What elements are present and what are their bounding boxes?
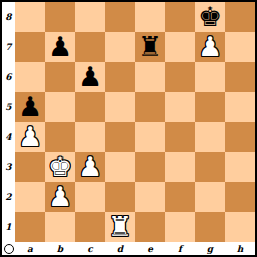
square-c2[interactable] (75, 182, 105, 212)
square-c8[interactable] (75, 2, 105, 32)
black-king-g8[interactable]: ♚ (198, 2, 222, 32)
black-pawn-a5[interactable]: ♟ (18, 92, 42, 122)
square-e3[interactable] (135, 152, 165, 182)
square-h6[interactable] (225, 62, 255, 92)
square-h8[interactable] (225, 2, 255, 32)
square-e8[interactable] (135, 2, 165, 32)
square-h2[interactable] (225, 182, 255, 212)
rank-label-4: 4 (2, 122, 15, 152)
square-a1[interactable] (15, 212, 45, 242)
square-b5[interactable] (45, 92, 75, 122)
square-e2[interactable] (135, 182, 165, 212)
square-a5[interactable]: ♟ (15, 92, 45, 122)
rank-label-6: 6 (2, 62, 15, 92)
square-a6[interactable] (15, 62, 45, 92)
white-to-move-indicator (4, 244, 14, 254)
square-g6[interactable] (195, 62, 225, 92)
square-c6[interactable]: ♟ (75, 62, 105, 92)
chess-diagram: ♚♟♜♟♟♟♟♚♟♟♜ 87654321 abcdefgh (0, 0, 257, 257)
square-c3[interactable]: ♟ (75, 152, 105, 182)
rank-label-3: 3 (2, 152, 15, 182)
square-a3[interactable] (15, 152, 45, 182)
square-b7[interactable]: ♟ (45, 32, 75, 62)
square-c1[interactable] (75, 212, 105, 242)
square-f1[interactable] (165, 212, 195, 242)
square-d6[interactable] (105, 62, 135, 92)
square-g4[interactable] (195, 122, 225, 152)
white-pawn-g7[interactable]: ♟ (198, 32, 222, 62)
square-e4[interactable] (135, 122, 165, 152)
square-g1[interactable] (195, 212, 225, 242)
square-h3[interactable] (225, 152, 255, 182)
square-f5[interactable] (165, 92, 195, 122)
square-d1[interactable]: ♜ (105, 212, 135, 242)
rank-label-1: 1 (2, 212, 15, 242)
square-f4[interactable] (165, 122, 195, 152)
square-a2[interactable] (15, 182, 45, 212)
square-b4[interactable] (45, 122, 75, 152)
square-e5[interactable] (135, 92, 165, 122)
rank-label-7: 7 (2, 32, 15, 62)
square-g3[interactable] (195, 152, 225, 182)
square-f3[interactable] (165, 152, 195, 182)
white-rook-d1[interactable]: ♜ (108, 212, 132, 242)
white-pawn-a4[interactable]: ♟ (18, 122, 42, 152)
rank-label-8: 8 (2, 2, 15, 32)
square-e7[interactable]: ♜ (135, 32, 165, 62)
square-h5[interactable] (225, 92, 255, 122)
file-label-e: e (135, 242, 165, 255)
file-label-g: g (195, 242, 225, 255)
rank-label-2: 2 (2, 182, 15, 212)
square-b3[interactable]: ♚ (45, 152, 75, 182)
rank-label-5: 5 (2, 92, 15, 122)
square-g5[interactable] (195, 92, 225, 122)
square-d3[interactable] (105, 152, 135, 182)
square-h4[interactable] (225, 122, 255, 152)
square-g2[interactable] (195, 182, 225, 212)
square-h7[interactable] (225, 32, 255, 62)
square-g8[interactable]: ♚ (195, 2, 225, 32)
square-b2[interactable]: ♟ (45, 182, 75, 212)
square-b1[interactable] (45, 212, 75, 242)
square-f2[interactable] (165, 182, 195, 212)
square-e6[interactable] (135, 62, 165, 92)
square-d8[interactable] (105, 2, 135, 32)
square-d4[interactable] (105, 122, 135, 152)
square-d5[interactable] (105, 92, 135, 122)
square-g7[interactable]: ♟ (195, 32, 225, 62)
black-pawn-c6[interactable]: ♟ (78, 62, 102, 92)
chess-board: ♚♟♜♟♟♟♟♚♟♟♜ (15, 2, 255, 242)
file-label-c: c (75, 242, 105, 255)
file-label-h: h (225, 242, 255, 255)
white-king-b3[interactable]: ♚ (48, 152, 72, 182)
file-label-b: b (45, 242, 75, 255)
black-pawn-b7[interactable]: ♟ (48, 32, 72, 62)
white-pawn-b2[interactable]: ♟ (48, 182, 72, 212)
file-label-d: d (105, 242, 135, 255)
square-d2[interactable] (105, 182, 135, 212)
square-c5[interactable] (75, 92, 105, 122)
square-a4[interactable]: ♟ (15, 122, 45, 152)
square-h1[interactable] (225, 212, 255, 242)
black-rook-e7[interactable]: ♜ (138, 32, 162, 62)
square-b6[interactable] (45, 62, 75, 92)
file-label-f: f (165, 242, 195, 255)
square-e1[interactable] (135, 212, 165, 242)
white-pawn-c3[interactable]: ♟ (78, 152, 102, 182)
square-f8[interactable] (165, 2, 195, 32)
square-c7[interactable] (75, 32, 105, 62)
square-c4[interactable] (75, 122, 105, 152)
square-a7[interactable] (15, 32, 45, 62)
square-f7[interactable] (165, 32, 195, 62)
square-a8[interactable] (15, 2, 45, 32)
file-label-a: a (15, 242, 45, 255)
square-f6[interactable] (165, 62, 195, 92)
square-d7[interactable] (105, 32, 135, 62)
square-b8[interactable] (45, 2, 75, 32)
